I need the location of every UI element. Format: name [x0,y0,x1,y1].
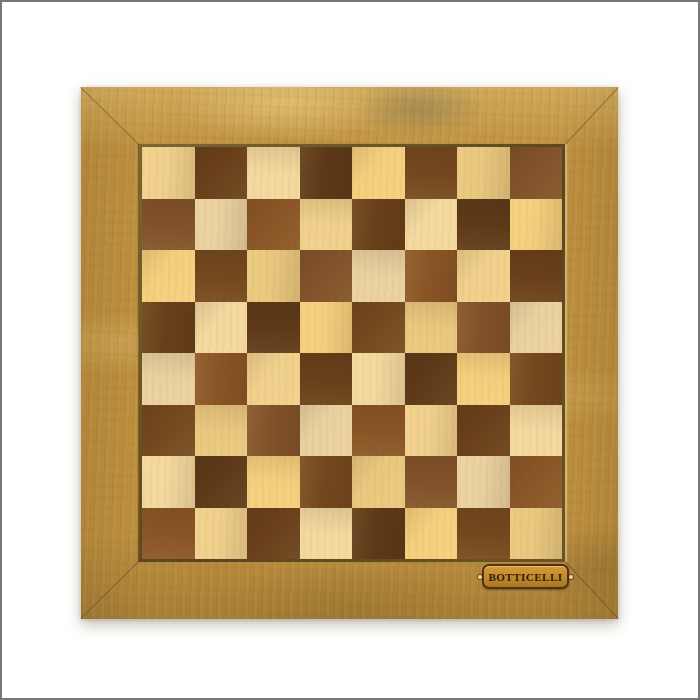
square-d8[interactable] [300,147,353,199]
square-e1[interactable] [352,508,405,560]
square-h4[interactable] [510,353,563,405]
square-a2[interactable] [142,456,195,508]
square-b1[interactable] [195,508,248,560]
square-e3[interactable] [352,405,405,457]
square-e5[interactable] [352,302,405,354]
square-d2[interactable] [300,456,353,508]
plaque-pin-left [478,575,482,579]
square-g4[interactable] [457,353,510,405]
square-f1[interactable] [405,508,458,560]
square-g8[interactable] [457,147,510,199]
square-g7[interactable] [457,199,510,251]
square-a5[interactable] [142,302,195,354]
brand-label: BOTTICELLI [488,570,562,582]
square-a4[interactable] [142,353,195,405]
square-g3[interactable] [457,405,510,457]
square-b3[interactable] [195,405,248,457]
square-c6[interactable] [247,250,300,302]
square-d5[interactable] [300,302,353,354]
square-a6[interactable] [142,250,195,302]
chessboard-frame: BOTTICELLI [81,87,618,619]
square-h6[interactable] [510,250,563,302]
frame-miter-seam-bottom-left [80,558,142,619]
square-g2[interactable] [457,456,510,508]
frame-miter-seam-top-right [562,87,619,148]
square-c1[interactable] [247,508,300,560]
square-c4[interactable] [247,353,300,405]
square-f5[interactable] [405,302,458,354]
square-b4[interactable] [195,353,248,405]
square-a7[interactable] [142,199,195,251]
square-d3[interactable] [300,405,353,457]
square-c7[interactable] [247,199,300,251]
plaque-pin-right [569,575,573,579]
square-g5[interactable] [457,302,510,354]
square-a1[interactable] [142,508,195,560]
square-f7[interactable] [405,199,458,251]
square-e2[interactable] [352,456,405,508]
square-h5[interactable] [510,302,563,354]
square-b2[interactable] [195,456,248,508]
square-h8[interactable] [510,147,563,199]
square-h2[interactable] [510,456,563,508]
chessboard-grid [142,147,562,559]
square-e6[interactable] [352,250,405,302]
square-e8[interactable] [352,147,405,199]
square-h1[interactable] [510,508,563,560]
square-a8[interactable] [142,147,195,199]
square-f2[interactable] [405,456,458,508]
square-e4[interactable] [352,353,405,405]
board-inner-edge [139,144,565,562]
square-e7[interactable] [352,199,405,251]
square-f6[interactable] [405,250,458,302]
square-b7[interactable] [195,199,248,251]
square-d7[interactable] [300,199,353,251]
square-a3[interactable] [142,405,195,457]
frame-miter-seam-top-left [80,87,142,148]
square-b8[interactable] [195,147,248,199]
square-f4[interactable] [405,353,458,405]
square-b5[interactable] [195,302,248,354]
square-d4[interactable] [300,353,353,405]
frame-miter-seam-bottom-right [562,558,619,619]
square-c2[interactable] [247,456,300,508]
square-f3[interactable] [405,405,458,457]
square-b6[interactable] [195,250,248,302]
square-d1[interactable] [300,508,353,560]
photo-canvas: BOTTICELLI [0,0,700,700]
brand-plaque: BOTTICELLI [482,564,569,589]
square-h7[interactable] [510,199,563,251]
square-c3[interactable] [247,405,300,457]
square-g1[interactable] [457,508,510,560]
square-c5[interactable] [247,302,300,354]
square-h3[interactable] [510,405,563,457]
square-f8[interactable] [405,147,458,199]
square-d6[interactable] [300,250,353,302]
square-c8[interactable] [247,147,300,199]
square-g6[interactable] [457,250,510,302]
